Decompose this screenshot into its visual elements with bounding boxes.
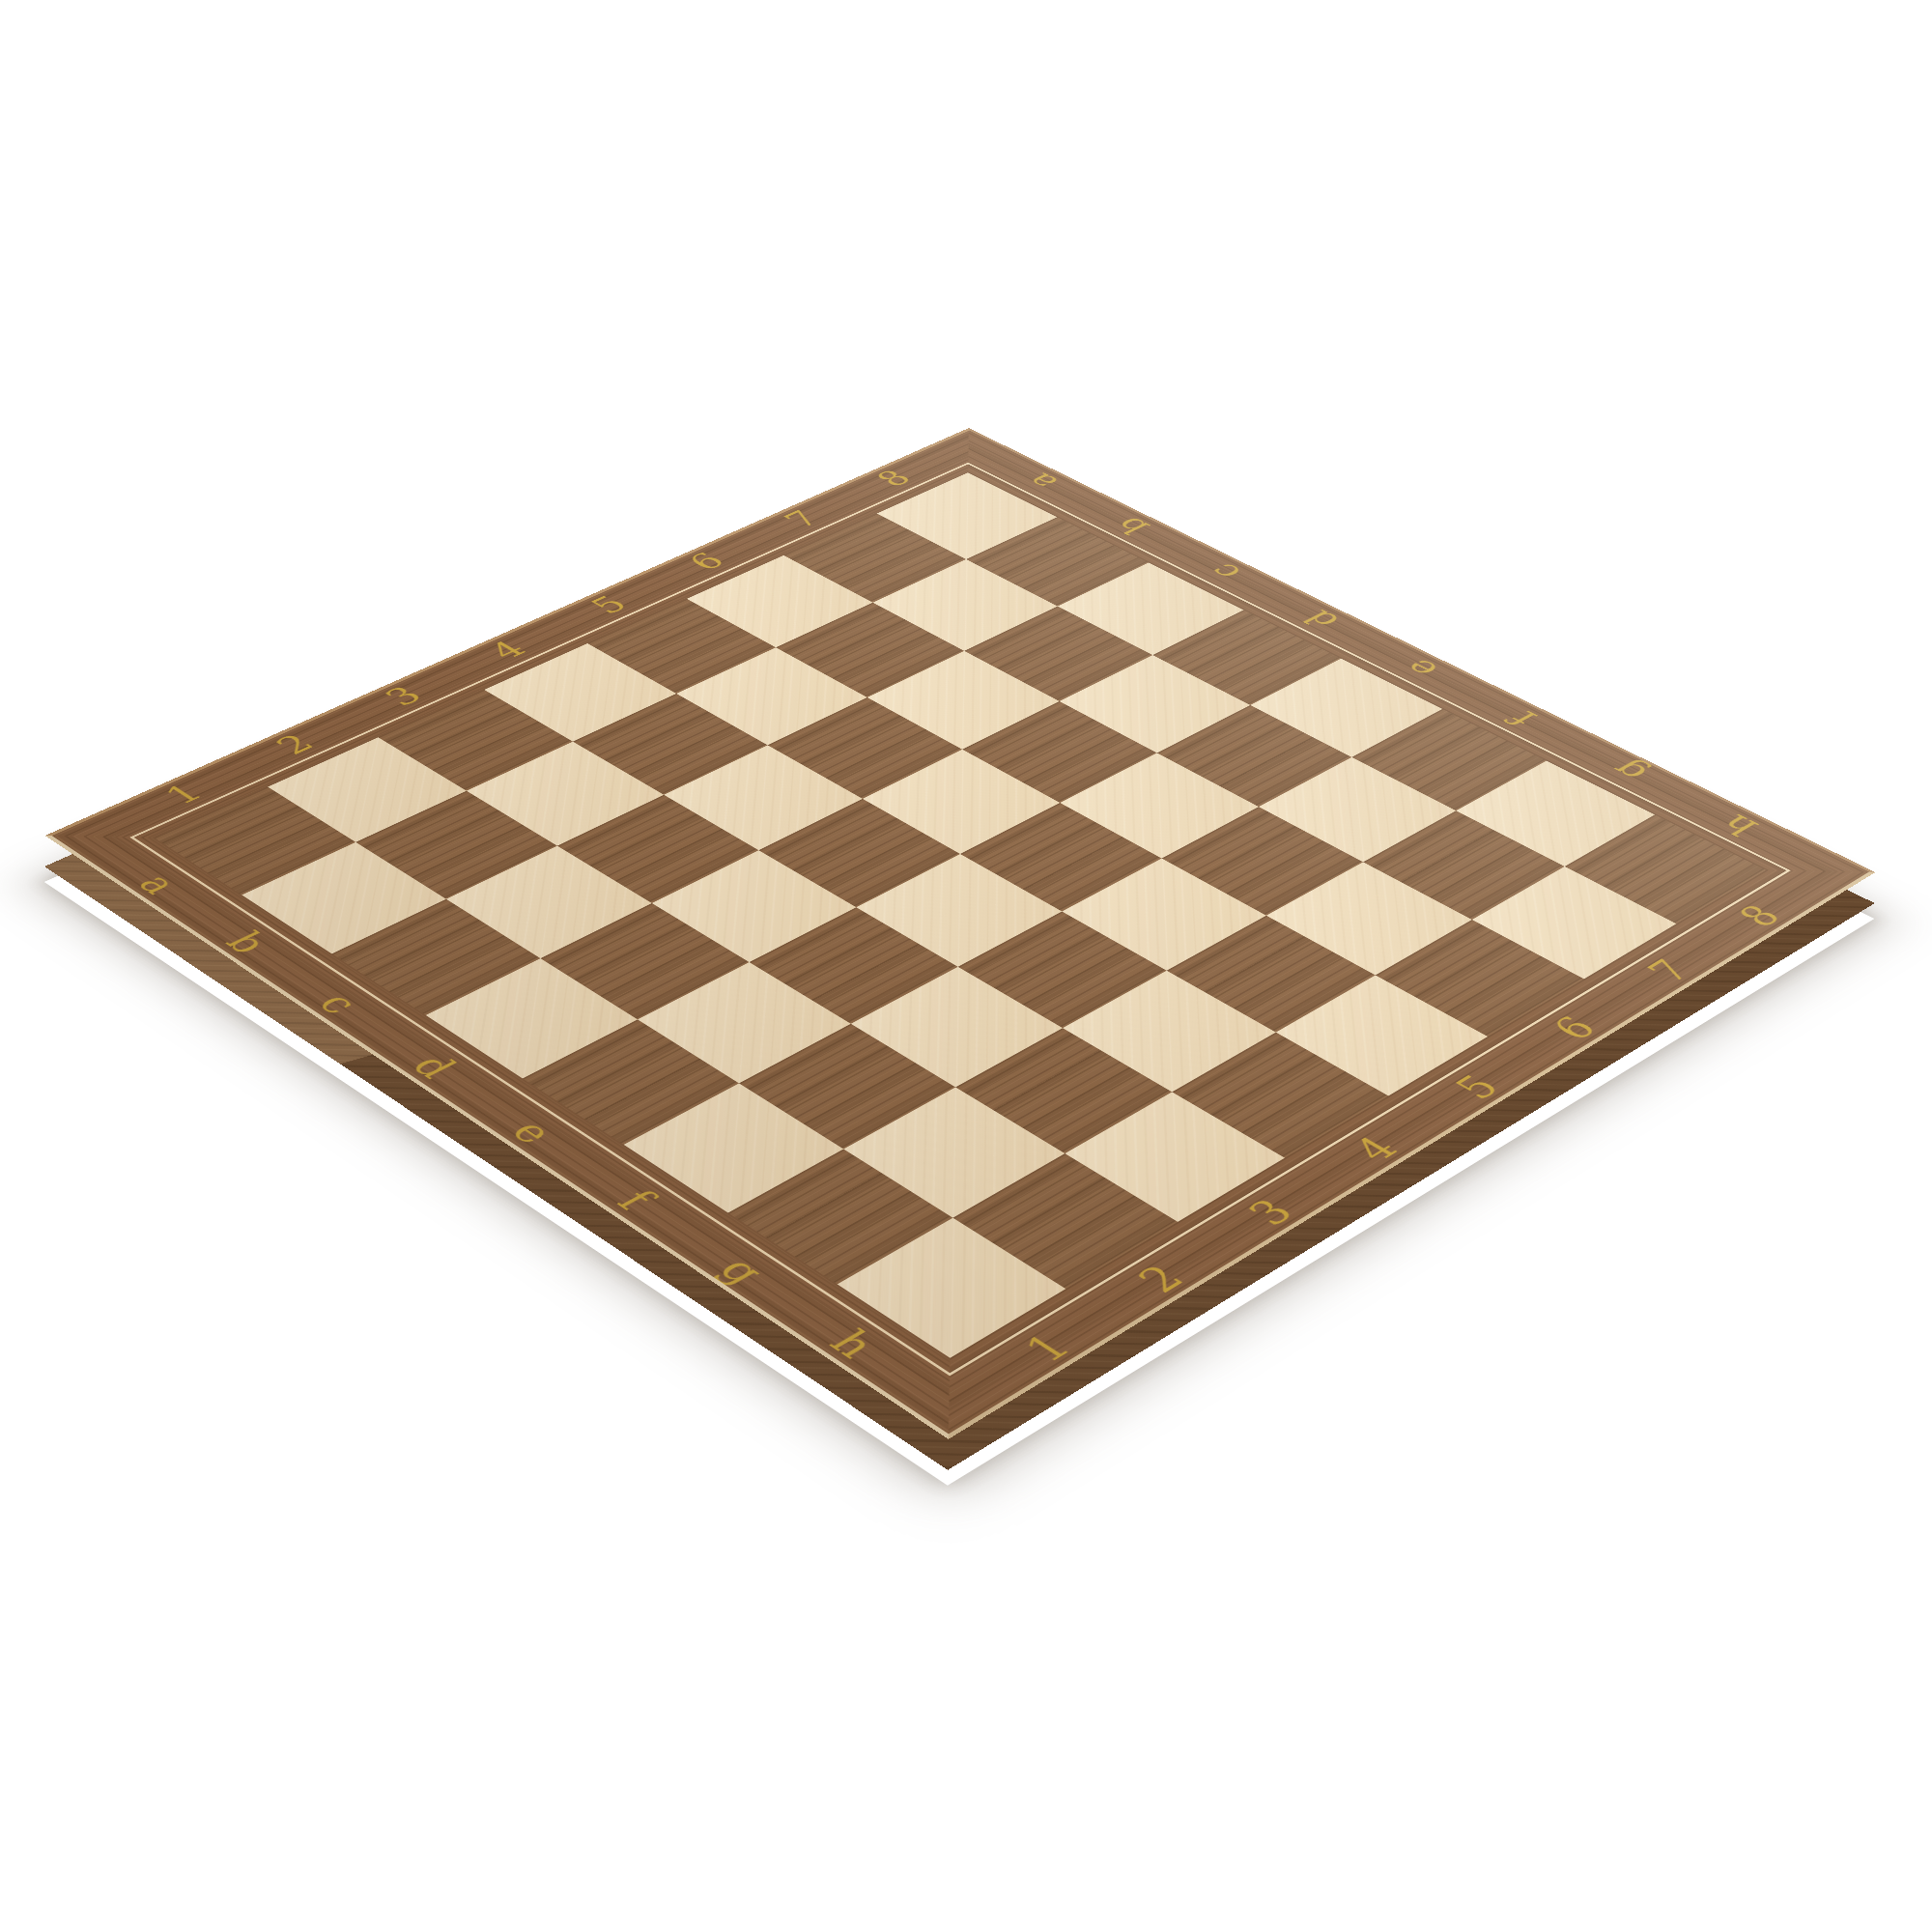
playing-area <box>155 472 1766 1358</box>
product-photo-scene: aabbccddeeffgghh8877665544332211 <box>0 0 1932 1932</box>
chess-board: aabbccddeeffgghh8877665544332211 <box>45 428 1876 1439</box>
